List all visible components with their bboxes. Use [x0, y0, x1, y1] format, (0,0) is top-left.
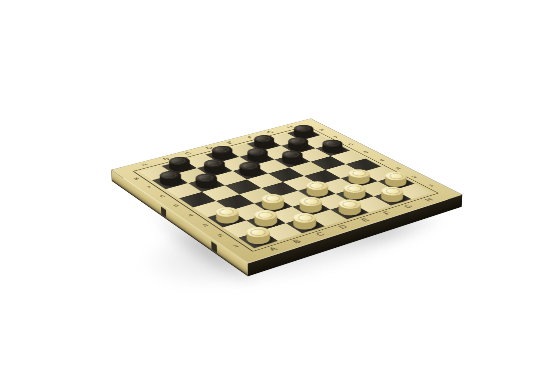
checker-ring [248, 148, 267, 155]
checker-ring [247, 228, 268, 237]
checker-ring [283, 151, 302, 158]
checker-ring [349, 170, 369, 178]
checker-ring [295, 125, 313, 132]
checker-ring [196, 174, 215, 182]
checker-ring [345, 184, 365, 192]
product-photo: ABCDEFGH ABCDEFGH 87654321 87654321 [0, 0, 560, 372]
checker-ring [205, 160, 224, 168]
checker-ring [294, 213, 315, 222]
checker-ring [382, 187, 402, 195]
checker-ring [160, 171, 179, 179]
checker-ring [307, 182, 327, 190]
scene: ABCDEFGH ABCDEFGH 87654321 87654321 [157, 56, 409, 308]
checker-ring [301, 197, 321, 206]
checker-ring [217, 208, 238, 217]
checker-ring [255, 135, 273, 142]
checker-ring [324, 140, 343, 147]
checker-ring [170, 157, 189, 164]
checker-ring [213, 146, 232, 153]
hinge [211, 241, 216, 253]
checker-ring [241, 162, 260, 170]
checker-ring [289, 138, 307, 145]
checker-ring [263, 194, 283, 203]
checker-ring [255, 211, 276, 220]
checker-ring [386, 172, 406, 180]
hinge [161, 207, 166, 218]
checker-ring [339, 200, 360, 209]
